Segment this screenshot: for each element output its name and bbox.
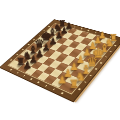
piece-black-pawn[interactable]: ♟ [23, 60, 32, 70]
frame-mark-dot [38, 81, 40, 83]
frame-mark-dot [45, 85, 47, 87]
frame-mark-dot [17, 72, 19, 73]
frame-mark-dot [53, 88, 55, 90]
frame-mark-dot [80, 28, 82, 29]
frame-mark-dot [114, 45, 116, 46]
frame-mark-dot [94, 32, 96, 33]
frame-mark-dot [23, 75, 25, 77]
chessboard-photo: ♜♞♝♛♚♝♞♜♟♟♟♟♟♟♟♟♟♟♟♟♟♟♟♟♜♞♝♛♚♝♞♜ [0, 0, 120, 120]
piece-white-rook[interactable]: ♜ [69, 78, 79, 89]
board-grid: ♜♞♝♛♚♝♞♜♟♟♟♟♟♟♟♟♟♟♟♟♟♟♟♟♜♞♝♛♚♝♞♜ [9, 24, 116, 94]
board-frame: ♜♞♝♛♚♝♞♜♟♟♟♟♟♟♟♟♟♟♟♟♟♟♟♟♜♞♝♛♚♝♞♜ [0, 20, 120, 101]
frame-mark-dot [30, 78, 32, 80]
frame-mark-dot [100, 62, 102, 63]
frame-mark-dot [87, 30, 89, 31]
piece-white-pawn[interactable]: ♟ [57, 74, 66, 85]
frame-mark-dot [74, 27, 76, 28]
frame-mark-dot [10, 69, 12, 70]
frame-mark-dot [61, 92, 63, 94]
chessboard: ♜♞♝♛♚♝♞♜♟♟♟♟♟♟♟♟♟♟♟♟♟♟♟♟♜♞♝♛♚♝♞♜ [0, 20, 120, 101]
frame-mark-dot [105, 56, 107, 57]
